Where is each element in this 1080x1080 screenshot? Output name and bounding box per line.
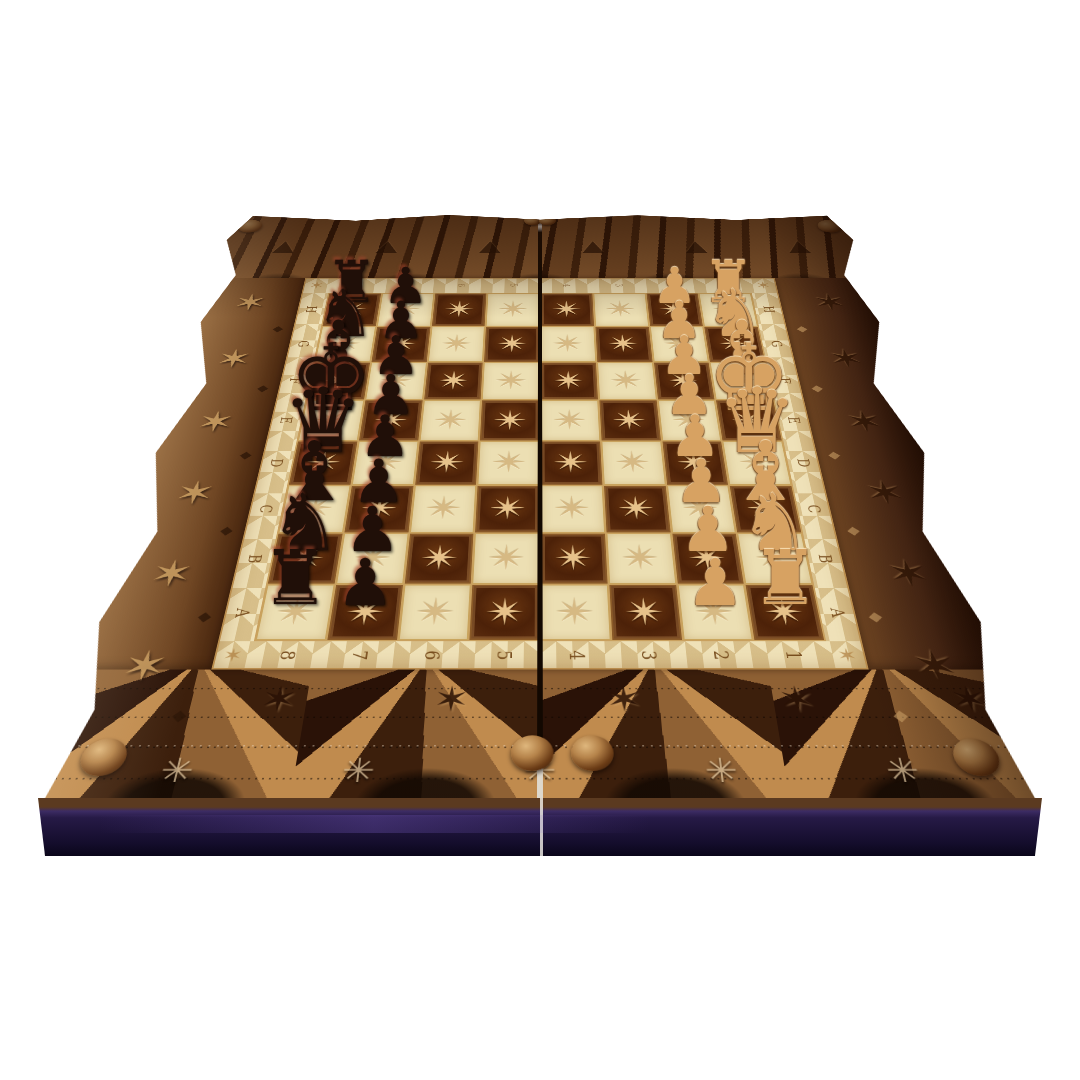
- square-b4[interactable]: ✴: [541, 533, 608, 583]
- carved-star-icon: ✴: [623, 594, 667, 631]
- square-h6[interactable]: ✴: [432, 294, 487, 326]
- carved-star-icon: ✴: [484, 594, 526, 631]
- rank-label-3-top: 3: [613, 283, 625, 287]
- square-e4[interactable]: ✴: [541, 401, 600, 441]
- wood-knob: [511, 735, 554, 771]
- carved-star-icon: ✴: [551, 299, 583, 321]
- carved-star-icon: ✴: [490, 448, 527, 477]
- square-b6[interactable]: ✴: [404, 533, 473, 583]
- square-f3[interactable]: ✴: [597, 362, 656, 399]
- square-f4[interactable]: ✴: [541, 362, 598, 399]
- square-a6[interactable]: ✴: [398, 585, 470, 640]
- chess-board-box: ✴✴✴✴✴✴✴✴✴✴✴✴✴✴✴✴✴✴✴✴✴✴✴✴✴✴✴✴✴✴✴✴✴✴✴✴✴✴✴✴…: [40, 214, 1040, 800]
- square-f5[interactable]: ✴: [482, 362, 539, 399]
- square-d3[interactable]: ✴: [601, 441, 665, 484]
- carved-star-icon: ✴: [497, 299, 529, 321]
- square-e5[interactable]: ✴: [480, 401, 539, 441]
- square-d4[interactable]: ✴: [541, 441, 602, 484]
- carved-star-icon: ✴: [494, 368, 528, 393]
- carved-star-icon: ✴: [439, 332, 474, 355]
- rank-label-5-bottom: 5: [492, 650, 515, 660]
- piece-black-rook-a8[interactable]: ♜: [261, 541, 328, 616]
- square-e3[interactable]: ✴: [599, 401, 660, 441]
- carved-star-icon: ✴: [436, 368, 472, 393]
- rank-label-1-bottom: 1: [781, 650, 805, 660]
- square-a5[interactable]: ✴: [470, 585, 539, 640]
- square-g4[interactable]: ✴: [541, 327, 596, 362]
- carved-star-icon: ✴: [554, 541, 594, 575]
- carved-star-icon: ✴: [495, 332, 528, 355]
- wood-knob: [539, 216, 556, 225]
- carved-star-icon: ✴: [616, 493, 656, 524]
- square-a4[interactable]: ✴: [541, 585, 610, 640]
- square-d5[interactable]: ✴: [478, 441, 539, 484]
- piece-white-rook-a1[interactable]: ♜: [751, 541, 818, 616]
- carved-star-icon: ✴: [423, 493, 463, 524]
- square-b5[interactable]: ✴: [473, 533, 540, 583]
- carved-star-icon: ✴: [620, 541, 662, 575]
- file-label-a-right: A: [826, 608, 849, 618]
- square-g5[interactable]: ✴: [484, 327, 539, 362]
- wood-knob: [571, 735, 615, 771]
- rank-label-4-bottom: 4: [565, 650, 588, 660]
- carved-star-icon: ✴: [611, 407, 648, 434]
- carved-star-icon: ✴: [486, 541, 526, 575]
- square-a3[interactable]: ✴: [609, 585, 681, 640]
- square-g3[interactable]: ✴: [595, 327, 652, 362]
- carved-star-icon: ✴: [443, 299, 476, 321]
- square-h5[interactable]: ✴: [486, 294, 539, 326]
- square-g6[interactable]: ✴: [428, 327, 485, 362]
- carved-star-icon: ✴: [614, 448, 653, 477]
- carved-star-icon: ✴: [552, 407, 588, 434]
- square-c6[interactable]: ✴: [410, 486, 476, 533]
- carved-star-icon: ✴: [606, 332, 641, 355]
- carved-star-icon: ✴: [553, 493, 592, 524]
- file-label-a-left: A: [231, 608, 254, 618]
- carved-star-icon: ✴: [553, 448, 590, 477]
- carved-star-icon: ✴: [418, 541, 460, 575]
- rank-label-2-bottom: 2: [709, 650, 733, 660]
- rank-label-6-top: 6: [455, 283, 467, 287]
- carved-star-icon: ✴: [413, 594, 457, 631]
- square-f6[interactable]: ✴: [424, 362, 483, 399]
- carved-star-icon: ✴: [488, 493, 527, 524]
- piece-black-pawn-a7[interactable]: ♟: [336, 551, 394, 616]
- square-d6[interactable]: ✴: [415, 441, 479, 484]
- square-c4[interactable]: ✴: [541, 486, 605, 533]
- rank-label-4-top: 4: [560, 283, 572, 287]
- rank-label-5-top: 5: [508, 283, 520, 287]
- carved-star-icon: ✴: [492, 407, 528, 434]
- rank-label-7-bottom: 7: [347, 650, 371, 660]
- carved-star-icon: ✴: [551, 332, 584, 355]
- rank-label-6-bottom: 6: [420, 650, 443, 660]
- carved-star-icon: ✴: [432, 407, 469, 434]
- box-front-edge: [38, 798, 1042, 856]
- square-b3[interactable]: ✴: [606, 533, 675, 583]
- photo-scene: ✴✴✴✴✴✴✴✴✴✴✴✴✴✴✴✴✴✴✴✴✴✴✴✴✴✴✴✴✴✴✴✴✴✴✴✴✴✴✴✴…: [0, 0, 1080, 1080]
- rank-label-3-bottom: 3: [637, 650, 660, 660]
- carved-star-icon: ✴: [608, 368, 644, 393]
- square-e6[interactable]: ✴: [419, 401, 480, 441]
- piece-white-pawn-a2[interactable]: ♟: [686, 551, 744, 616]
- front-edge-sheen: [98, 815, 650, 832]
- carved-star-icon: ✴: [552, 368, 586, 393]
- carved-star-icon: ✴: [554, 594, 596, 631]
- rank-label-8-bottom: 8: [275, 650, 299, 660]
- square-c5[interactable]: ✴: [475, 486, 539, 533]
- square-h4[interactable]: ✴: [541, 294, 594, 326]
- square-h3[interactable]: ✴: [593, 294, 648, 326]
- square-c3[interactable]: ✴: [604, 486, 670, 533]
- carved-star-icon: ✴: [604, 299, 637, 321]
- carved-star-icon: ✴: [428, 448, 467, 477]
